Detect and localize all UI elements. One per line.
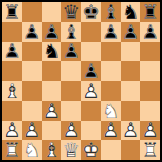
piece-white-king[interactable]: ♚♔ xyxy=(81,140,101,160)
white-pawn-outline: ♙ xyxy=(121,121,141,141)
square-g4[interactable] xyxy=(121,81,141,101)
square-f1[interactable] xyxy=(101,140,121,160)
square-b8[interactable] xyxy=(22,2,42,22)
square-a8[interactable]: ♜♖ xyxy=(2,2,22,22)
square-a6[interactable]: ♟♙ xyxy=(2,42,22,62)
piece-black-pawn[interactable]: ♟♙ xyxy=(22,22,42,42)
square-f8[interactable]: ♝♗ xyxy=(101,2,121,22)
white-king-outline: ♔ xyxy=(81,140,101,160)
square-d4[interactable] xyxy=(61,81,81,101)
black-queen-outline: ♕ xyxy=(61,2,81,22)
square-c1[interactable]: ♝♗ xyxy=(42,140,62,160)
white-pawn-outline: ♙ xyxy=(42,101,62,121)
black-king-outline: ♔ xyxy=(81,2,101,22)
square-f4[interactable] xyxy=(101,81,121,101)
square-h1[interactable]: ♜♖ xyxy=(140,140,160,160)
piece-black-bishop[interactable]: ♝♗ xyxy=(101,2,121,22)
square-b7[interactable]: ♟♙ xyxy=(22,22,42,42)
piece-white-bishop[interactable]: ♝♗ xyxy=(42,140,62,160)
black-knight-outline: ♘ xyxy=(42,42,62,62)
square-b5[interactable] xyxy=(22,61,42,81)
square-h4[interactable] xyxy=(140,81,160,101)
square-c8[interactable] xyxy=(42,2,62,22)
black-pawn-outline: ♙ xyxy=(22,22,42,42)
square-d1[interactable]: ♛♕ xyxy=(61,140,81,160)
piece-black-queen[interactable]: ♛♕ xyxy=(61,2,81,22)
square-c6[interactable]: ♞♘ xyxy=(42,42,62,62)
square-a4[interactable]: ♝♗ xyxy=(2,81,22,101)
piece-white-rook[interactable]: ♜♖ xyxy=(140,140,160,160)
piece-white-pawn[interactable]: ♟♙ xyxy=(42,101,62,121)
square-f5[interactable] xyxy=(101,61,121,81)
square-c5[interactable] xyxy=(42,61,62,81)
black-pawn-outline: ♙ xyxy=(121,22,141,42)
piece-white-pawn[interactable]: ♟♙ xyxy=(81,81,101,101)
piece-black-pawn[interactable]: ♟♙ xyxy=(140,22,160,42)
white-bishop-outline: ♗ xyxy=(42,140,62,160)
square-f2[interactable]: ♟♙ xyxy=(101,121,121,141)
black-knight-outline: ♘ xyxy=(121,2,141,22)
square-e4[interactable]: ♟♙ xyxy=(81,81,101,101)
piece-white-rook[interactable]: ♜♖ xyxy=(2,140,22,160)
piece-black-pawn[interactable]: ♟♙ xyxy=(101,22,121,42)
black-pawn-outline: ♙ xyxy=(2,42,22,62)
square-b6[interactable] xyxy=(22,42,42,62)
piece-black-rook[interactable]: ♜♖ xyxy=(2,2,22,22)
square-e1[interactable]: ♚♔ xyxy=(81,140,101,160)
square-b1[interactable]: ♞♘ xyxy=(22,140,42,160)
piece-black-king[interactable]: ♚♔ xyxy=(81,2,101,22)
square-h8[interactable]: ♜♖ xyxy=(140,2,160,22)
black-rook-outline: ♖ xyxy=(2,2,22,22)
white-rook-outline: ♖ xyxy=(140,140,160,160)
square-d8[interactable]: ♛♕ xyxy=(61,2,81,22)
piece-black-rook[interactable]: ♜♖ xyxy=(140,2,160,22)
piece-white-knight[interactable]: ♞♘ xyxy=(22,140,42,160)
square-c3[interactable]: ♟♙ xyxy=(42,101,62,121)
square-g2[interactable]: ♟♙ xyxy=(121,121,141,141)
piece-black-knight[interactable]: ♞♘ xyxy=(42,42,62,62)
white-pawn-outline: ♙ xyxy=(81,81,101,101)
black-pawn-outline: ♙ xyxy=(140,22,160,42)
chess-board: ♜♖♛♕♚♔♝♗♞♘♜♖♟♙♟♙♝♗♟♙♟♙♟♙♟♙♞♘♟♙♟♙♝♗♟♙♟♙♞♘… xyxy=(0,0,162,162)
piece-black-knight[interactable]: ♞♘ xyxy=(121,2,141,22)
black-rook-outline: ♖ xyxy=(140,2,160,22)
square-a1[interactable]: ♜♖ xyxy=(2,140,22,160)
black-pawn-outline: ♙ xyxy=(101,22,121,42)
square-f6[interactable] xyxy=(101,42,121,62)
square-g8[interactable]: ♞♘ xyxy=(121,2,141,22)
square-e7[interactable] xyxy=(81,22,101,42)
piece-black-pawn[interactable]: ♟♙ xyxy=(121,22,141,42)
square-g7[interactable]: ♟♙ xyxy=(121,22,141,42)
piece-black-pawn[interactable]: ♟♙ xyxy=(61,42,81,62)
white-queen-outline: ♕ xyxy=(61,140,81,160)
white-rook-outline: ♖ xyxy=(2,140,22,160)
square-h6[interactable] xyxy=(140,42,160,62)
square-b4[interactable] xyxy=(22,81,42,101)
square-d5[interactable] xyxy=(61,61,81,81)
square-g5[interactable] xyxy=(121,61,141,81)
square-c4[interactable] xyxy=(42,81,62,101)
piece-white-queen[interactable]: ♛♕ xyxy=(61,140,81,160)
square-e8[interactable]: ♚♔ xyxy=(81,2,101,22)
square-d6[interactable]: ♟♙ xyxy=(61,42,81,62)
square-h7[interactable]: ♟♙ xyxy=(140,22,160,42)
piece-black-pawn[interactable]: ♟♙ xyxy=(2,42,22,62)
piece-white-bishop[interactable]: ♝♗ xyxy=(2,81,22,101)
black-pawn-outline: ♙ xyxy=(61,42,81,62)
piece-white-pawn[interactable]: ♟♙ xyxy=(121,121,141,141)
piece-white-pawn[interactable]: ♟♙ xyxy=(101,121,121,141)
square-f7[interactable]: ♟♙ xyxy=(101,22,121,42)
black-bishop-outline: ♗ xyxy=(101,2,121,22)
white-knight-outline: ♘ xyxy=(22,140,42,160)
white-bishop-outline: ♗ xyxy=(2,81,22,101)
square-h5[interactable] xyxy=(140,61,160,81)
square-e3[interactable] xyxy=(81,101,101,121)
white-pawn-outline: ♙ xyxy=(101,121,121,141)
square-g6[interactable] xyxy=(121,42,141,62)
square-g1[interactable] xyxy=(121,140,141,160)
